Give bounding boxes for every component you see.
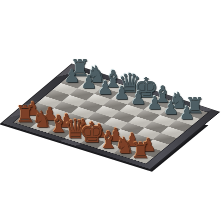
chessboard <box>2 64 219 169</box>
chess-set-product-photo: ♜♞♝♛♚♝♞♜♟♟♟♟♟♟♟♟♟♟♟♟♟♟♟♟♜♞♝♛♚♝♞♜ <box>0 0 222 222</box>
